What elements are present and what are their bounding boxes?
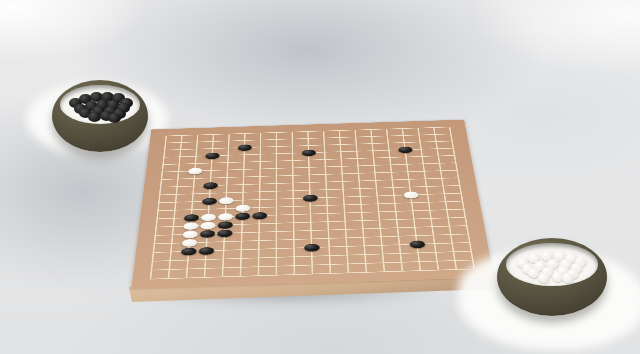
white-bowl-stone bbox=[562, 273, 574, 283]
black-stone bbox=[202, 197, 217, 204]
white-stone bbox=[183, 222, 199, 230]
white-stone bbox=[403, 191, 419, 198]
black-stone bbox=[205, 152, 219, 159]
black-stone bbox=[304, 243, 320, 251]
black-bowl-stone bbox=[108, 113, 121, 123]
white-stone bbox=[219, 197, 234, 204]
black-bowl-opening bbox=[60, 85, 141, 124]
white-stone bbox=[201, 213, 216, 221]
black-stone bbox=[198, 247, 214, 255]
white-stones-bowl bbox=[497, 238, 607, 316]
black-stone bbox=[303, 194, 318, 201]
white-stone bbox=[200, 222, 215, 230]
black-stone-pile bbox=[65, 90, 134, 121]
black-stones-bowl bbox=[52, 80, 148, 152]
white-bowl-opening bbox=[506, 243, 598, 285]
black-stone bbox=[183, 214, 198, 222]
black-stone bbox=[203, 182, 218, 189]
white-stone bbox=[218, 213, 233, 221]
board-grid bbox=[150, 127, 475, 280]
white-stone-pile bbox=[512, 249, 591, 283]
black-stone bbox=[199, 230, 215, 238]
go-board bbox=[131, 120, 494, 289]
black-stone bbox=[235, 212, 250, 220]
black-stone bbox=[217, 229, 232, 237]
black-stone bbox=[398, 146, 413, 153]
white-stone bbox=[181, 239, 197, 247]
photo-scene bbox=[0, 0, 640, 354]
white-stone bbox=[235, 204, 250, 211]
black-stone bbox=[301, 149, 315, 156]
white-stone bbox=[187, 167, 202, 174]
black-stone bbox=[181, 247, 197, 255]
white-bowl-stone bbox=[538, 273, 550, 283]
black-stone bbox=[409, 240, 425, 248]
black-stone bbox=[237, 144, 251, 151]
black-stone bbox=[252, 212, 267, 220]
white-stone bbox=[182, 230, 198, 238]
black-stone bbox=[217, 221, 232, 229]
